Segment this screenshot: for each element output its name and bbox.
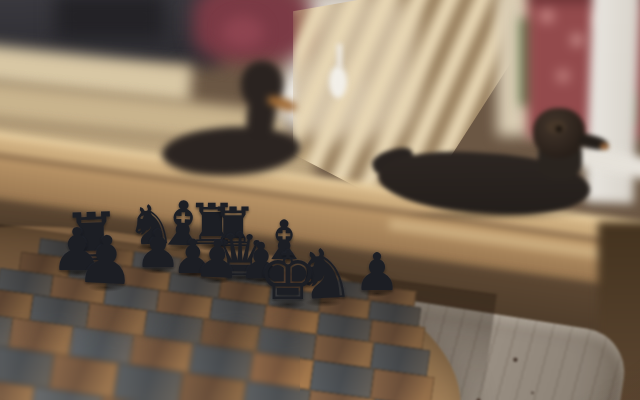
foreground-defocus	[0, 310, 300, 400]
chess-piece-king: ♚	[258, 243, 318, 310]
chess-piece-pawn: ♟	[354, 247, 401, 299]
photo-chess-scene: ♜♞♝♜♝♜♟♟♟♛♟♟♟♟♞♚	[0, 0, 640, 400]
chess-piece-pawn: ♟	[193, 234, 241, 288]
chess-piece-pawn: ♟	[75, 226, 138, 295]
